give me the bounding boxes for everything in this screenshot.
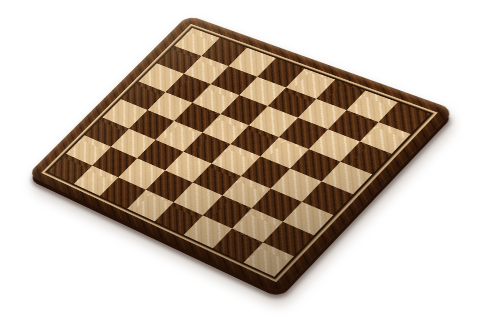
board-shadow xyxy=(0,0,480,317)
board-squares xyxy=(48,28,430,277)
chess-board xyxy=(27,15,455,294)
product-photo xyxy=(0,0,480,317)
